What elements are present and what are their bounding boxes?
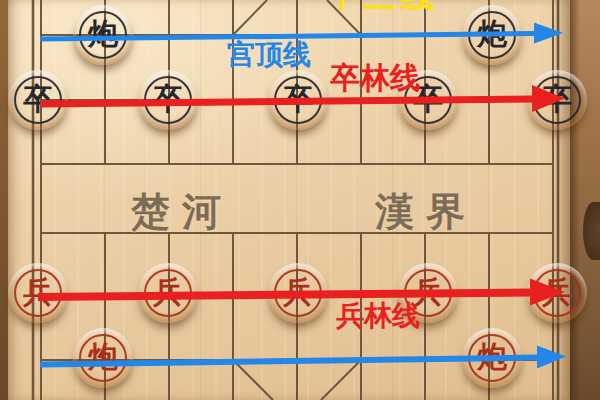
piece-red-cannon[interactable]: 炮 [462, 328, 522, 388]
piece-red-pawn[interactable]: 兵 [527, 263, 587, 323]
river-text-hanjie: 漢界 [375, 185, 477, 239]
black-pawn-line-label: 卒林线 [330, 58, 420, 99]
piece-red-cannon[interactable]: 炮 [73, 328, 133, 388]
palace-top-line-label: 宫顶线 [227, 36, 311, 74]
clipped-yellow-line-label: 下二线 [326, 0, 456, 10]
xiangqi-tutorial-screen: 楚河 漢界 炮炮卒卒卒卒卒兵兵兵兵兵炮炮 下二线 宫顶线 卒林线 兵林线 [0, 0, 600, 400]
piece-glyph: 炮 [477, 342, 507, 372]
piece-glyph: 卒 [23, 84, 53, 114]
piece-glyph: 兵 [542, 277, 572, 307]
piece-black-cannon[interactable]: 炮 [73, 5, 133, 65]
piece-red-pawn[interactable]: 兵 [268, 263, 328, 323]
red-pawn-line-label: 兵林线 [336, 297, 420, 335]
piece-black-pawn[interactable]: 卒 [527, 70, 587, 130]
piece-glyph: 卒 [283, 84, 313, 114]
piece-glyph: 卒 [153, 84, 183, 114]
piece-black-pawn[interactable]: 卒 [268, 70, 328, 130]
piece-glyph: 炮 [477, 19, 507, 49]
piece-glyph: 兵 [153, 277, 183, 307]
piece-black-cannon[interactable]: 炮 [462, 5, 522, 65]
piece-glyph: 兵 [283, 277, 313, 307]
piece-glyph: 兵 [23, 277, 53, 307]
piece-glyph: 炮 [88, 342, 118, 372]
piece-black-pawn[interactable]: 卒 [8, 70, 68, 130]
river-text-chuhe: 楚河 [131, 185, 233, 239]
piece-red-pawn[interactable]: 兵 [8, 263, 68, 323]
piece-black-pawn[interactable]: 卒 [138, 70, 198, 130]
piece-red-pawn[interactable]: 兵 [138, 263, 198, 323]
piece-glyph: 卒 [542, 84, 572, 114]
piece-glyph: 炮 [88, 19, 118, 49]
